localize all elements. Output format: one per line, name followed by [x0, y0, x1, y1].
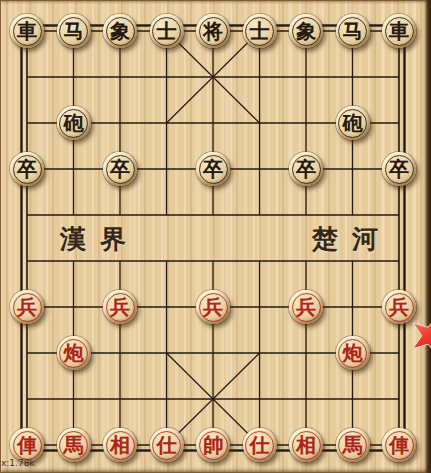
river-label-hanjie: 漢界: [60, 222, 140, 257]
piece-glyph: 砲: [343, 113, 363, 133]
piece-black-elephant[interactable]: 象: [289, 14, 323, 48]
piece-glyph: 兵: [110, 297, 130, 317]
piece-glyph: 相: [296, 435, 316, 455]
piece-red-chariot[interactable]: 俥: [10, 428, 44, 462]
piece-red-general[interactable]: 帥: [196, 428, 230, 462]
piece-black-general[interactable]: 将: [196, 14, 230, 48]
piece-glyph: 卒: [389, 159, 409, 179]
piece-black-advisor[interactable]: 士: [243, 14, 277, 48]
piece-glyph: 炮: [64, 343, 84, 363]
piece-glyph: 炮: [343, 343, 363, 363]
piece-red-elephant[interactable]: 相: [289, 428, 323, 462]
piece-red-horse[interactable]: 馬: [336, 428, 370, 462]
piece-glyph: 帥: [203, 435, 223, 455]
piece-glyph: 卒: [203, 159, 223, 179]
piece-glyph: 俥: [389, 435, 409, 455]
piece-glyph: 兵: [296, 297, 316, 317]
piece-glyph: 兵: [203, 297, 223, 317]
piece-black-chariot[interactable]: 車: [10, 14, 44, 48]
piece-glyph: 馬: [343, 435, 363, 455]
piece-black-cannon[interactable]: 砲: [57, 106, 91, 140]
piece-black-advisor[interactable]: 士: [150, 14, 184, 48]
piece-black-soldier[interactable]: 卒: [10, 152, 44, 186]
piece-black-cannon[interactable]: 砲: [336, 106, 370, 140]
watermark-text: x:1.78k: [1, 458, 35, 468]
piece-glyph: 卒: [110, 159, 130, 179]
piece-glyph: 马: [64, 21, 84, 41]
piece-glyph: 車: [389, 21, 409, 41]
piece-red-soldier[interactable]: 兵: [196, 290, 230, 324]
piece-glyph: 士: [250, 21, 270, 41]
piece-red-advisor[interactable]: 仕: [150, 428, 184, 462]
piece-glyph: 象: [296, 21, 316, 41]
piece-black-soldier[interactable]: 卒: [289, 152, 323, 186]
piece-black-horse[interactable]: 马: [57, 14, 91, 48]
piece-red-soldier[interactable]: 兵: [103, 290, 137, 324]
piece-glyph: 相: [110, 435, 130, 455]
piece-glyph: 士: [157, 21, 177, 41]
piece-red-horse[interactable]: 馬: [57, 428, 91, 462]
piece-black-horse[interactable]: 马: [336, 14, 370, 48]
piece-glyph: 兵: [389, 297, 409, 317]
piece-glyph: 車: [17, 21, 37, 41]
piece-black-chariot[interactable]: 車: [382, 14, 416, 48]
piece-black-soldier[interactable]: 卒: [382, 152, 416, 186]
piece-glyph: 象: [110, 21, 130, 41]
piece-glyph: 卒: [296, 159, 316, 179]
piece-glyph: 馬: [64, 435, 84, 455]
piece-glyph: 将: [203, 21, 223, 41]
piece-red-chariot[interactable]: 俥: [382, 428, 416, 462]
piece-glyph: 仕: [250, 435, 270, 455]
piece-black-soldier[interactable]: 卒: [196, 152, 230, 186]
piece-red-elephant[interactable]: 相: [103, 428, 137, 462]
river-label-chuhe: 楚河: [312, 222, 392, 257]
piece-glyph: 砲: [64, 113, 84, 133]
piece-red-cannon[interactable]: 炮: [57, 336, 91, 370]
piece-glyph: 俥: [17, 435, 37, 455]
piece-glyph: 马: [343, 21, 363, 41]
piece-black-elephant[interactable]: 象: [103, 14, 137, 48]
piece-glyph: 卒: [17, 159, 37, 179]
xiangqi-board[interactable]: 漢界 楚河 車马象士将士象马車砲砲卒卒卒卒卒兵兵兵兵兵炮炮俥馬相仕帥仕相馬俥 x…: [0, 0, 431, 473]
piece-red-advisor[interactable]: 仕: [243, 428, 277, 462]
piece-glyph: 兵: [17, 297, 37, 317]
piece-red-cannon[interactable]: 炮: [336, 336, 370, 370]
piece-red-soldier[interactable]: 兵: [289, 290, 323, 324]
piece-glyph: 仕: [157, 435, 177, 455]
piece-black-soldier[interactable]: 卒: [103, 152, 137, 186]
piece-red-soldier[interactable]: 兵: [382, 290, 416, 324]
piece-red-soldier[interactable]: 兵: [10, 290, 44, 324]
